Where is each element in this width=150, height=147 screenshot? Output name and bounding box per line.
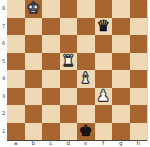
square-b3[interactable] <box>25 88 43 106</box>
file-label-d: d <box>60 140 78 147</box>
square-b8[interactable]: ♚ <box>25 0 43 18</box>
square-c2[interactable] <box>42 105 60 123</box>
square-a8[interactable] <box>7 0 25 18</box>
square-a2[interactable] <box>7 105 25 123</box>
square-b2[interactable] <box>25 105 43 123</box>
square-e4[interactable]: ♝ <box>77 70 95 88</box>
file-label-a: a <box>7 140 25 147</box>
square-h4[interactable] <box>130 70 148 88</box>
file-label-h: h <box>130 140 148 147</box>
square-b7[interactable] <box>25 18 43 36</box>
square-b4[interactable] <box>25 70 43 88</box>
board: ♚♛♜♝♟♚ <box>7 0 147 140</box>
square-g7[interactable] <box>112 18 130 36</box>
file-label-e: e <box>77 140 95 147</box>
square-a7[interactable] <box>7 18 25 36</box>
square-g6[interactable] <box>112 35 130 53</box>
square-e1[interactable]: ♚ <box>77 123 95 141</box>
square-c3[interactable] <box>42 88 60 106</box>
file-label-c: c <box>42 140 60 147</box>
square-g3[interactable] <box>112 88 130 106</box>
white-bishop[interactable]: ♝ <box>79 71 93 87</box>
square-a5[interactable] <box>7 53 25 71</box>
rank-label-7: 7 <box>0 18 7 36</box>
square-c6[interactable] <box>42 35 60 53</box>
rank-label-5: 5 <box>0 53 7 71</box>
square-f2[interactable] <box>95 105 113 123</box>
rank-label-4: 4 <box>0 70 7 88</box>
square-a6[interactable] <box>7 35 25 53</box>
square-a1[interactable] <box>7 123 25 141</box>
square-b6[interactable] <box>25 35 43 53</box>
square-e8[interactable] <box>77 0 95 18</box>
square-g4[interactable] <box>112 70 130 88</box>
square-f8[interactable] <box>95 0 113 18</box>
square-d5[interactable]: ♜ <box>60 53 78 71</box>
square-d3[interactable] <box>60 88 78 106</box>
square-d6[interactable] <box>60 35 78 53</box>
white-pawn[interactable]: ♟ <box>96 89 110 105</box>
square-e2[interactable] <box>77 105 95 123</box>
square-c7[interactable] <box>42 18 60 36</box>
white-king[interactable]: ♚ <box>26 1 40 17</box>
rank-label-1: 1 <box>0 123 7 141</box>
square-a3[interactable] <box>7 88 25 106</box>
square-e3[interactable] <box>77 88 95 106</box>
square-c5[interactable] <box>42 53 60 71</box>
file-labels: abcdefgh <box>7 140 147 147</box>
square-d1[interactable] <box>60 123 78 141</box>
square-c4[interactable] <box>42 70 60 88</box>
rank-label-3: 3 <box>0 88 7 106</box>
square-e6[interactable] <box>77 35 95 53</box>
square-e7[interactable] <box>77 18 95 36</box>
file-label-f: f <box>95 140 113 147</box>
square-g5[interactable] <box>112 53 130 71</box>
square-c1[interactable] <box>42 123 60 141</box>
square-a4[interactable] <box>7 70 25 88</box>
square-h3[interactable] <box>130 88 148 106</box>
square-c8[interactable] <box>42 0 60 18</box>
square-g2[interactable] <box>112 105 130 123</box>
rank-labels: 87654321 <box>0 0 7 140</box>
black-queen[interactable]: ♛ <box>96 19 110 35</box>
square-h7[interactable] <box>130 18 148 36</box>
square-f4[interactable] <box>95 70 113 88</box>
chess-diagram: 87654321 ♚♛♜♝♟♚ abcdefgh <box>0 0 150 147</box>
square-d8[interactable] <box>60 0 78 18</box>
square-f5[interactable] <box>95 53 113 71</box>
square-g8[interactable] <box>112 0 130 18</box>
square-b1[interactable] <box>25 123 43 141</box>
square-f3[interactable]: ♟ <box>95 88 113 106</box>
square-f1[interactable] <box>95 123 113 141</box>
square-e5[interactable] <box>77 53 95 71</box>
square-d2[interactable] <box>60 105 78 123</box>
rank-label-2: 2 <box>0 105 7 123</box>
square-f6[interactable] <box>95 35 113 53</box>
file-label-b: b <box>25 140 43 147</box>
square-h6[interactable] <box>130 35 148 53</box>
rank-label-8: 8 <box>0 0 7 18</box>
rank-label-6: 6 <box>0 35 7 53</box>
file-label-g: g <box>112 140 130 147</box>
square-b5[interactable] <box>25 53 43 71</box>
square-h5[interactable] <box>130 53 148 71</box>
square-d7[interactable] <box>60 18 78 36</box>
square-d4[interactable] <box>60 70 78 88</box>
square-h2[interactable] <box>130 105 148 123</box>
square-f7[interactable]: ♛ <box>95 18 113 36</box>
square-h1[interactable] <box>130 123 148 141</box>
square-g1[interactable] <box>112 123 130 141</box>
white-rook[interactable]: ♜ <box>61 54 75 70</box>
square-h8[interactable] <box>130 0 148 18</box>
black-king[interactable]: ♚ <box>79 124 93 140</box>
